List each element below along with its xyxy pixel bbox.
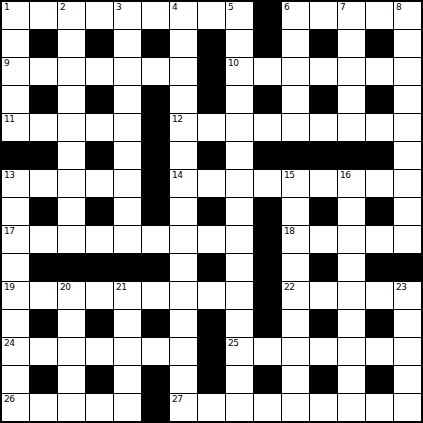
black-cell	[198, 366, 225, 393]
white-cell[interactable]	[2, 198, 29, 225]
white-cell[interactable]	[114, 338, 141, 365]
white-cell[interactable]: 16	[338, 170, 365, 197]
white-cell[interactable]	[114, 142, 141, 169]
white-cell[interactable]	[310, 226, 337, 253]
white-cell[interactable]	[142, 58, 169, 85]
white-cell[interactable]	[114, 366, 141, 393]
white-cell[interactable]	[142, 338, 169, 365]
white-cell[interactable]	[58, 366, 85, 393]
black-cell	[30, 366, 57, 393]
clue-number: 11	[4, 115, 14, 124]
white-cell[interactable]	[226, 170, 253, 197]
white-cell[interactable]	[366, 114, 393, 141]
white-cell[interactable]	[282, 338, 309, 365]
white-cell[interactable]	[366, 58, 393, 85]
black-cell	[366, 30, 393, 57]
white-cell[interactable]	[226, 142, 253, 169]
black-cell	[86, 198, 113, 225]
black-cell	[142, 198, 169, 225]
white-cell[interactable]	[394, 58, 421, 85]
white-cell[interactable]	[282, 86, 309, 113]
white-cell[interactable]	[114, 226, 141, 253]
white-cell[interactable]	[58, 394, 85, 421]
white-cell[interactable]	[310, 58, 337, 85]
white-cell[interactable]	[86, 226, 113, 253]
white-cell[interactable]	[254, 170, 281, 197]
white-cell[interactable]	[338, 310, 365, 337]
white-cell[interactable]	[142, 282, 169, 309]
white-cell[interactable]: 27	[170, 394, 197, 421]
black-cell	[338, 142, 365, 169]
white-cell[interactable]	[114, 198, 141, 225]
white-cell[interactable]	[310, 338, 337, 365]
white-cell[interactable]	[282, 198, 309, 225]
black-cell	[366, 254, 393, 281]
black-cell	[310, 142, 337, 169]
white-cell[interactable]	[310, 114, 337, 141]
white-cell[interactable]	[366, 394, 393, 421]
white-cell[interactable]	[30, 394, 57, 421]
white-cell[interactable]	[282, 114, 309, 141]
white-cell[interactable]: 10	[226, 58, 253, 85]
black-cell	[254, 142, 281, 169]
white-cell[interactable]	[170, 254, 197, 281]
white-cell[interactable]: 11	[2, 114, 29, 141]
black-cell	[86, 142, 113, 169]
white-cell[interactable]	[394, 30, 421, 57]
white-cell[interactable]	[310, 394, 337, 421]
black-cell	[86, 366, 113, 393]
white-cell[interactable]: 12	[170, 114, 197, 141]
white-cell[interactable]	[366, 282, 393, 309]
black-cell	[86, 310, 113, 337]
white-cell[interactable]: 17	[2, 226, 29, 253]
white-cell[interactable]	[58, 338, 85, 365]
white-cell[interactable]	[282, 366, 309, 393]
black-cell	[30, 254, 57, 281]
clue-number: 8	[396, 3, 401, 12]
black-cell	[142, 310, 169, 337]
white-cell[interactable]	[226, 310, 253, 337]
white-cell[interactable]	[86, 338, 113, 365]
white-cell[interactable]: 26	[2, 394, 29, 421]
white-cell[interactable]: 8	[394, 2, 421, 29]
black-cell	[142, 170, 169, 197]
black-cell	[114, 254, 141, 281]
white-cell[interactable]	[58, 310, 85, 337]
clue-number: 10	[228, 59, 238, 68]
black-cell	[198, 86, 225, 113]
black-cell	[30, 30, 57, 57]
black-cell	[2, 142, 29, 169]
white-cell[interactable]: 22	[282, 282, 309, 309]
white-cell[interactable]	[30, 2, 57, 29]
clue-number: 21	[116, 283, 126, 292]
clue-number: 22	[284, 283, 294, 292]
white-cell[interactable]	[338, 282, 365, 309]
black-cell	[254, 310, 281, 337]
white-cell[interactable]	[30, 114, 57, 141]
white-cell[interactable]: 4	[170, 2, 197, 29]
white-cell[interactable]	[170, 58, 197, 85]
black-cell	[198, 310, 225, 337]
white-cell[interactable]	[254, 338, 281, 365]
white-cell[interactable]	[366, 338, 393, 365]
black-cell	[142, 86, 169, 113]
white-cell[interactable]: 2	[58, 2, 85, 29]
white-cell[interactable]	[58, 58, 85, 85]
white-cell[interactable]	[170, 142, 197, 169]
black-cell	[282, 142, 309, 169]
white-cell[interactable]	[394, 114, 421, 141]
white-cell[interactable]	[338, 30, 365, 57]
white-cell[interactable]	[170, 30, 197, 57]
black-cell	[254, 2, 281, 29]
white-cell[interactable]: 6	[282, 2, 309, 29]
white-cell[interactable]	[170, 86, 197, 113]
black-cell	[142, 30, 169, 57]
clue-number: 6	[284, 3, 289, 12]
white-cell[interactable]	[226, 282, 253, 309]
clue-number: 7	[340, 3, 345, 12]
white-cell[interactable]: 1	[2, 2, 29, 29]
white-cell[interactable]	[282, 58, 309, 85]
white-cell[interactable]	[30, 338, 57, 365]
black-cell	[310, 86, 337, 113]
black-cell	[30, 142, 57, 169]
white-cell[interactable]	[2, 30, 29, 57]
white-cell[interactable]: 24	[2, 338, 29, 365]
black-cell	[254, 198, 281, 225]
clue-number: 18	[284, 227, 294, 236]
white-cell[interactable]: 23	[394, 282, 421, 309]
black-cell	[198, 338, 225, 365]
white-cell[interactable]	[310, 170, 337, 197]
white-cell[interactable]	[86, 2, 113, 29]
white-cell[interactable]	[58, 142, 85, 169]
black-cell	[366, 86, 393, 113]
black-cell	[198, 30, 225, 57]
black-cell	[198, 58, 225, 85]
clue-number: 27	[172, 395, 182, 404]
white-cell[interactable]	[394, 338, 421, 365]
black-cell	[142, 366, 169, 393]
clue-number: 13	[4, 171, 14, 180]
black-cell	[366, 142, 393, 169]
black-cell	[198, 198, 225, 225]
white-cell[interactable]	[114, 58, 141, 85]
clue-number: 16	[340, 171, 350, 180]
clue-number: 2	[60, 3, 65, 12]
white-cell[interactable]	[30, 58, 57, 85]
white-cell[interactable]	[114, 30, 141, 57]
black-cell	[254, 86, 281, 113]
white-cell[interactable]	[338, 254, 365, 281]
black-cell	[310, 30, 337, 57]
white-cell[interactable]	[170, 226, 197, 253]
white-cell[interactable]	[142, 226, 169, 253]
white-cell[interactable]: 25	[226, 338, 253, 365]
black-cell	[30, 86, 57, 113]
white-cell[interactable]	[310, 2, 337, 29]
white-cell[interactable]	[86, 170, 113, 197]
white-cell[interactable]	[394, 366, 421, 393]
black-cell	[254, 366, 281, 393]
white-cell[interactable]	[254, 58, 281, 85]
white-cell[interactable]	[394, 142, 421, 169]
black-cell	[86, 254, 113, 281]
crossword-grid: 1234567891011121314151617181920212223242…	[0, 0, 423, 423]
clue-number: 20	[60, 283, 70, 292]
white-cell[interactable]	[2, 366, 29, 393]
white-cell[interactable]	[86, 58, 113, 85]
white-cell[interactable]	[142, 2, 169, 29]
clue-number: 5	[228, 3, 233, 12]
white-cell[interactable]	[338, 338, 365, 365]
white-cell[interactable]	[30, 282, 57, 309]
white-cell[interactable]	[114, 394, 141, 421]
white-cell[interactable]	[170, 198, 197, 225]
black-cell	[366, 198, 393, 225]
clue-number: 14	[172, 171, 182, 180]
white-cell[interactable]	[198, 394, 225, 421]
white-cell[interactable]	[114, 310, 141, 337]
clue-number: 3	[116, 3, 121, 12]
white-cell[interactable]	[170, 366, 197, 393]
white-cell[interactable]: 21	[114, 282, 141, 309]
black-cell	[198, 142, 225, 169]
white-cell[interactable]	[86, 282, 113, 309]
black-cell	[142, 142, 169, 169]
white-cell[interactable]	[366, 170, 393, 197]
black-cell	[310, 198, 337, 225]
white-cell[interactable]	[254, 114, 281, 141]
white-cell[interactable]: 14	[170, 170, 197, 197]
white-cell[interactable]	[394, 394, 421, 421]
white-cell[interactable]: 5	[226, 2, 253, 29]
white-cell[interactable]	[226, 226, 253, 253]
white-cell[interactable]	[226, 366, 253, 393]
white-cell[interactable]: 20	[58, 282, 85, 309]
white-cell[interactable]	[58, 226, 85, 253]
white-cell[interactable]	[30, 170, 57, 197]
black-cell	[310, 254, 337, 281]
white-cell[interactable]: 9	[2, 58, 29, 85]
black-cell	[86, 30, 113, 57]
white-cell[interactable]	[170, 338, 197, 365]
white-cell[interactable]	[2, 254, 29, 281]
black-cell	[254, 226, 281, 253]
white-cell[interactable]	[226, 198, 253, 225]
white-cell[interactable]	[226, 254, 253, 281]
white-cell[interactable]: 19	[2, 282, 29, 309]
white-cell[interactable]: 15	[282, 170, 309, 197]
white-cell[interactable]	[366, 226, 393, 253]
black-cell	[310, 366, 337, 393]
white-cell[interactable]	[394, 310, 421, 337]
white-cell[interactable]	[282, 394, 309, 421]
white-cell[interactable]	[338, 58, 365, 85]
black-cell	[310, 310, 337, 337]
white-cell[interactable]	[114, 86, 141, 113]
white-cell[interactable]	[198, 170, 225, 197]
clue-number: 9	[4, 59, 9, 68]
clue-number: 24	[4, 339, 14, 348]
black-cell	[30, 310, 57, 337]
white-cell[interactable]: 7	[338, 2, 365, 29]
white-cell[interactable]	[394, 226, 421, 253]
white-cell[interactable]	[114, 114, 141, 141]
white-cell[interactable]: 13	[2, 170, 29, 197]
black-cell	[366, 310, 393, 337]
white-cell[interactable]	[198, 226, 225, 253]
black-cell	[366, 366, 393, 393]
clue-number: 12	[172, 115, 182, 124]
clue-number: 17	[4, 227, 14, 236]
white-cell[interactable]	[86, 394, 113, 421]
black-cell	[254, 30, 281, 57]
white-cell[interactable]	[198, 2, 225, 29]
white-cell[interactable]	[198, 114, 225, 141]
white-cell[interactable]	[338, 394, 365, 421]
black-cell	[254, 282, 281, 309]
white-cell[interactable]	[254, 394, 281, 421]
white-cell[interactable]	[394, 198, 421, 225]
white-cell[interactable]	[338, 198, 365, 225]
white-cell[interactable]	[338, 86, 365, 113]
white-cell[interactable]	[282, 254, 309, 281]
white-cell[interactable]	[30, 226, 57, 253]
white-cell[interactable]: 18	[282, 226, 309, 253]
white-cell[interactable]	[2, 86, 29, 113]
clue-number: 1	[4, 3, 9, 12]
white-cell[interactable]	[394, 86, 421, 113]
white-cell[interactable]	[226, 114, 253, 141]
black-cell	[394, 254, 421, 281]
clue-number: 26	[4, 395, 14, 404]
black-cell	[198, 254, 225, 281]
black-cell	[86, 86, 113, 113]
clue-number: 25	[228, 339, 238, 348]
black-cell	[142, 114, 169, 141]
black-cell	[142, 394, 169, 421]
white-cell[interactable]	[58, 198, 85, 225]
white-cell[interactable]	[338, 226, 365, 253]
clue-number: 4	[172, 3, 177, 12]
white-cell[interactable]	[226, 30, 253, 57]
white-cell[interactable]	[282, 30, 309, 57]
white-cell[interactable]	[310, 282, 337, 309]
white-cell[interactable]	[226, 394, 253, 421]
white-cell[interactable]	[226, 86, 253, 113]
white-cell[interactable]	[282, 310, 309, 337]
white-cell[interactable]	[338, 366, 365, 393]
white-cell[interactable]	[58, 170, 85, 197]
black-cell	[142, 254, 169, 281]
clue-number: 23	[396, 283, 406, 292]
black-cell	[254, 254, 281, 281]
white-cell[interactable]	[394, 170, 421, 197]
white-cell[interactable]	[170, 310, 197, 337]
white-cell[interactable]: 3	[114, 2, 141, 29]
white-cell[interactable]	[58, 114, 85, 141]
white-cell[interactable]	[338, 114, 365, 141]
white-cell[interactable]	[2, 310, 29, 337]
white-cell[interactable]	[114, 170, 141, 197]
black-cell	[58, 254, 85, 281]
clue-number: 19	[4, 283, 14, 292]
black-cell	[30, 198, 57, 225]
clue-number: 15	[284, 171, 294, 180]
white-cell[interactable]	[58, 30, 85, 57]
white-cell[interactable]	[86, 114, 113, 141]
white-cell[interactable]	[198, 282, 225, 309]
white-cell[interactable]	[170, 282, 197, 309]
white-cell[interactable]	[366, 2, 393, 29]
white-cell[interactable]	[58, 86, 85, 113]
